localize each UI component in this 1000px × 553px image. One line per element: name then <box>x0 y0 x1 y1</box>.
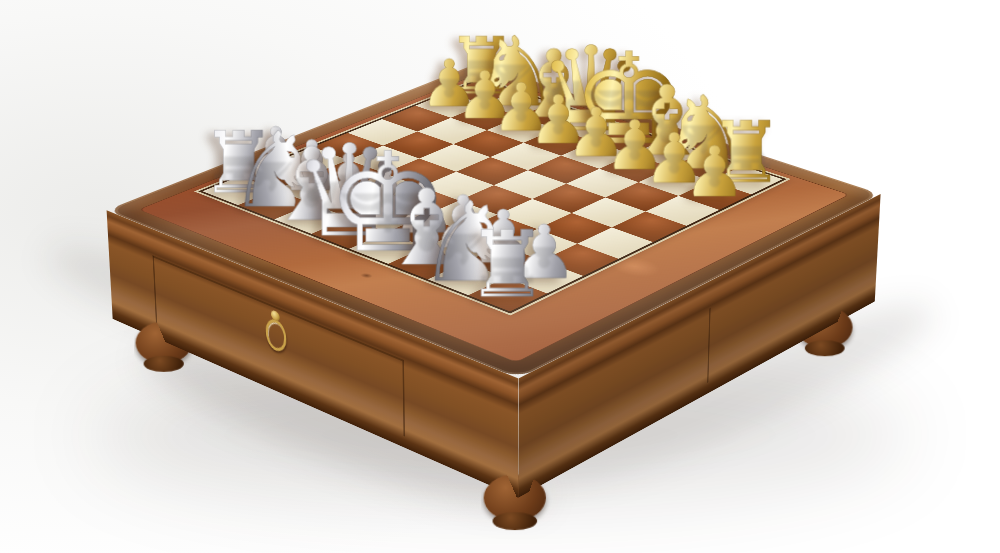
square-h5 <box>612 211 687 242</box>
drawer-seam <box>152 255 157 328</box>
drawer-seam <box>402 359 405 436</box>
chess-set-photo: ♜♜♞♞♝♝♛♛♚♚♝♝♞♞♜♜♟♟♟♟♟♟♟♟♟♟♟♟♟♟♟♟♟♟♟♟♟♟♟♟… <box>0 0 1000 553</box>
drawer-side-seam <box>707 308 711 383</box>
piece-white-rook-h1: ♜♜ <box>433 218 583 294</box>
case-3d: ♜♜♞♞♝♝♛♛♚♚♝♝♞♞♜♜♟♟♟♟♟♟♟♟♟♟♟♟♟♟♟♟♟♟♟♟♟♟♟♟… <box>107 63 881 378</box>
